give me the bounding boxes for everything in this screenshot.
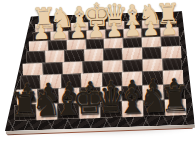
square-f6[interactable] — [61, 74, 82, 88]
square-c3[interactable] — [123, 38, 142, 49]
square-e8[interactable]: ♚ — [78, 102, 100, 119]
square-h5[interactable] — [23, 63, 43, 76]
square-b5[interactable] — [142, 58, 162, 71]
square-c6[interactable] — [122, 72, 143, 86]
square-f3[interactable] — [67, 40, 86, 51]
square-c7[interactable]: ♟ — [122, 85, 143, 101]
square-d4[interactable] — [103, 48, 123, 60]
square-a3[interactable] — [161, 36, 180, 47]
square-e5[interactable] — [83, 61, 103, 74]
square-b8[interactable]: ♞ — [143, 99, 165, 116]
square-g7[interactable]: ♟ — [38, 88, 59, 104]
square-a5[interactable] — [162, 58, 182, 71]
square-f4[interactable] — [64, 50, 84, 62]
square-b6[interactable] — [142, 71, 163, 85]
square-g5[interactable] — [43, 62, 63, 75]
square-c4[interactable] — [123, 48, 143, 60]
square-d3[interactable] — [104, 38, 123, 49]
chess-set-photo: ♜♞♝♚♛♝♞♜♟♟♟♟♟♟♟♟♟♟♟♟♟♟♟♟♜♞♝♚♛♝♞♜ — [0, 0, 196, 145]
square-e4[interactable] — [84, 49, 104, 61]
chessboard: ♜♞♝♚♛♝♞♜♟♟♟♟♟♟♟♟♟♟♟♟♟♟♟♟♜♞♝♚♛♝♞♜ — [1, 11, 195, 140]
square-e6[interactable] — [81, 73, 102, 87]
square-a7[interactable]: ♟ — [164, 84, 185, 100]
square-g4[interactable] — [45, 50, 65, 62]
square-g8[interactable]: ♞ — [35, 103, 57, 120]
square-h6[interactable] — [20, 75, 41, 89]
square-f8[interactable]: ♝ — [57, 102, 79, 119]
square-f7[interactable]: ♟ — [59, 88, 80, 104]
square-h3[interactable] — [29, 41, 48, 52]
square-a8[interactable]: ♜ — [164, 99, 186, 116]
square-d6[interactable] — [102, 72, 123, 86]
square-h7[interactable]: ♟ — [17, 89, 38, 105]
square-f5[interactable] — [63, 61, 83, 74]
square-g3[interactable] — [48, 40, 67, 51]
square-c8[interactable]: ♝ — [121, 100, 143, 117]
square-h4[interactable] — [26, 51, 46, 63]
square-e3[interactable] — [85, 39, 104, 50]
square-d7[interactable]: ♟ — [101, 86, 122, 102]
square-b7[interactable]: ♟ — [143, 85, 164, 101]
square-e7[interactable]: ♟ — [80, 87, 101, 103]
square-g6[interactable] — [40, 74, 61, 88]
square-d5[interactable] — [102, 60, 122, 73]
square-b3[interactable] — [142, 37, 161, 48]
square-a4[interactable] — [161, 46, 181, 58]
square-d8[interactable]: ♛ — [100, 101, 122, 118]
square-c5[interactable] — [122, 59, 142, 72]
square-b4[interactable] — [142, 47, 162, 59]
board-squares: ♜♞♝♚♛♝♞♜♟♟♟♟♟♟♟♟♟♟♟♟♟♟♟♟♜♞♝♚♛♝♞♜ — [1, 19, 194, 121]
square-a6[interactable] — [163, 70, 184, 84]
square-h8[interactable]: ♜ — [14, 104, 36, 121]
